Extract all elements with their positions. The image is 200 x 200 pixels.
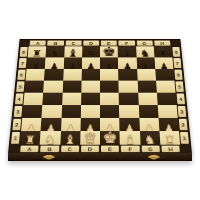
square-c2[interactable]: ♟ <box>61 118 81 131</box>
square-b1[interactable]: ♞ <box>40 131 61 145</box>
file-label-d-bottom-label: D <box>81 146 99 153</box>
rank-label-5-left-label: 5 <box>16 81 24 91</box>
white-knight[interactable]: ♞ <box>40 134 61 146</box>
square-b5[interactable] <box>43 81 62 93</box>
square-a1[interactable]: ♜ <box>20 131 41 145</box>
square-b8[interactable]: ♞ <box>46 46 65 57</box>
box-front-edge <box>8 153 192 161</box>
square-f2[interactable]: ♟ <box>119 118 139 131</box>
white-queen[interactable]: ♛ <box>80 131 100 146</box>
rank-label-2-right: 2 <box>178 118 189 131</box>
square-d5[interactable] <box>81 81 100 93</box>
rank-label-3-right-label: 3 <box>178 106 187 117</box>
square-g6[interactable] <box>137 69 156 81</box>
rank-label-6-right-label: 6 <box>174 70 182 80</box>
rank-label-2-left-label: 2 <box>12 119 21 130</box>
square-h8[interactable]: ♜ <box>154 46 173 57</box>
rank-label-4-right-label: 4 <box>177 93 186 104</box>
file-label-f-top-label: F <box>119 41 135 46</box>
square-e3[interactable] <box>100 105 119 118</box>
file-label-b-bottom-label: B <box>40 146 59 153</box>
board-corner <box>180 145 191 153</box>
square-f8[interactable]: ♝ <box>118 46 136 57</box>
file-label-a-bottom-label: A <box>20 146 39 153</box>
rank-label-4-right: 4 <box>176 93 187 105</box>
square-e4[interactable] <box>100 93 119 105</box>
square-e7[interactable]: ♟ <box>100 57 118 68</box>
square-d3[interactable] <box>81 105 100 118</box>
rank-label-8-left-label: 8 <box>20 47 28 57</box>
diamond-clasp-icon <box>147 155 160 160</box>
square-a8[interactable]: ♜ <box>28 46 47 57</box>
white-king[interactable]: ♚ <box>100 130 120 145</box>
square-d6[interactable] <box>81 69 100 81</box>
square-d7[interactable]: ♟ <box>82 57 100 68</box>
board-grid: ABCDEFGH8♜♞♝♛♚♝♞♜87♟♟♟♟♟♟♟♟7665544332♟♟♟… <box>8 39 192 154</box>
file-label-f-bottom-label: F <box>121 146 139 153</box>
square-f4[interactable] <box>119 93 138 105</box>
square-a6[interactable] <box>26 69 45 81</box>
file-label-h-top-label: H <box>154 41 170 46</box>
square-h6[interactable] <box>155 69 174 81</box>
square-a3[interactable] <box>22 105 42 118</box>
square-h2[interactable]: ♟ <box>158 118 179 131</box>
square-e1[interactable]: ♚ <box>100 131 120 145</box>
white-rook[interactable]: ♜ <box>20 135 41 146</box>
rank-label-1-left-label: 1 <box>11 132 20 144</box>
white-bishop[interactable]: ♝ <box>120 133 140 146</box>
rank-label-3-right: 3 <box>177 105 188 118</box>
square-h7[interactable]: ♟ <box>154 57 173 68</box>
square-c7[interactable]: ♟ <box>63 57 82 68</box>
square-f1[interactable]: ♝ <box>120 131 140 145</box>
square-b7[interactable]: ♟ <box>45 57 64 68</box>
rank-label-2-right-label: 2 <box>179 119 188 130</box>
square-h3[interactable] <box>157 105 177 118</box>
square-a4[interactable] <box>23 93 43 105</box>
square-h5[interactable] <box>156 81 176 93</box>
rank-label-3-left-label: 3 <box>14 106 23 117</box>
rank-label-5-right-label: 5 <box>175 81 183 91</box>
rank-label-1-right: 1 <box>179 131 190 145</box>
rank-label-6-left-label: 6 <box>17 70 25 80</box>
rank-label-1-right-label: 1 <box>180 132 189 144</box>
rank-label-7-right-label: 7 <box>173 58 181 68</box>
white-knight[interactable]: ♞ <box>140 134 161 146</box>
square-g5[interactable] <box>137 81 156 93</box>
square-e8[interactable]: ♚ <box>100 46 118 57</box>
square-c5[interactable] <box>62 81 81 93</box>
square-b6[interactable] <box>44 69 63 81</box>
square-d8[interactable]: ♛ <box>82 46 100 57</box>
rank-label-8-right: 8 <box>171 46 181 57</box>
rank-label-6-right: 6 <box>173 69 183 81</box>
square-f5[interactable] <box>119 81 138 93</box>
square-g3[interactable] <box>138 105 158 118</box>
chess-board: ABCDEFGH8♜♞♝♛♚♝♞♜87♟♟♟♟♟♟♟♟7665544332♟♟♟… <box>8 39 192 154</box>
file-label-b-top-label: B <box>47 41 63 46</box>
square-c8[interactable]: ♝ <box>64 46 82 57</box>
square-g1[interactable]: ♞ <box>139 131 160 145</box>
square-b3[interactable] <box>42 105 62 118</box>
square-b2[interactable]: ♟ <box>41 118 61 131</box>
white-bishop[interactable]: ♝ <box>60 133 80 146</box>
square-c1[interactable]: ♝ <box>60 131 80 145</box>
black-queen[interactable]: ♛ <box>82 46 100 58</box>
file-label-g-top-label: G <box>136 41 152 46</box>
file-label-a-top-label: A <box>30 41 46 46</box>
rank-label-7-right: 7 <box>172 57 182 68</box>
square-a2[interactable]: ♟ <box>21 118 42 131</box>
rank-label-4-left-label: 4 <box>15 93 24 104</box>
file-label-g-bottom-label: G <box>141 146 160 153</box>
file-label-h-bottom-label: H <box>161 146 180 153</box>
square-e5[interactable] <box>100 81 119 93</box>
square-f6[interactable] <box>118 69 137 81</box>
rank-label-8-right-label: 8 <box>172 47 180 57</box>
square-c6[interactable] <box>63 69 82 81</box>
square-g8[interactable]: ♞ <box>136 46 155 57</box>
square-d1[interactable]: ♛ <box>80 131 100 145</box>
square-f3[interactable] <box>119 105 139 118</box>
square-e6[interactable] <box>100 69 119 81</box>
rank-label-7-left-label: 7 <box>19 58 27 68</box>
square-a5[interactable] <box>24 81 44 93</box>
diamond-clasp-icon <box>42 155 55 160</box>
square-g4[interactable] <box>138 93 158 105</box>
black-king[interactable]: ♚ <box>100 46 118 59</box>
chess-set-photo: ABCDEFGH8♜♞♝♛♚♝♞♜87♟♟♟♟♟♟♟♟7665544332♟♟♟… <box>0 0 200 200</box>
square-h4[interactable] <box>157 93 177 105</box>
square-g7[interactable]: ♟ <box>136 57 155 68</box>
white-rook[interactable]: ♜ <box>159 135 180 146</box>
square-c3[interactable] <box>61 105 81 118</box>
rank-label-5-right: 5 <box>174 81 184 93</box>
square-b4[interactable] <box>43 93 63 105</box>
square-a7[interactable]: ♟ <box>27 57 46 68</box>
file-label-c-top-label: C <box>65 41 81 46</box>
square-d4[interactable] <box>81 93 100 105</box>
square-c4[interactable] <box>62 93 81 105</box>
file-label-e-bottom-label: E <box>101 146 119 153</box>
square-g2[interactable]: ♟ <box>139 118 159 131</box>
square-h1[interactable]: ♜ <box>159 131 180 145</box>
file-label-c-bottom-label: C <box>61 146 79 153</box>
square-f7[interactable]: ♟ <box>118 57 137 68</box>
